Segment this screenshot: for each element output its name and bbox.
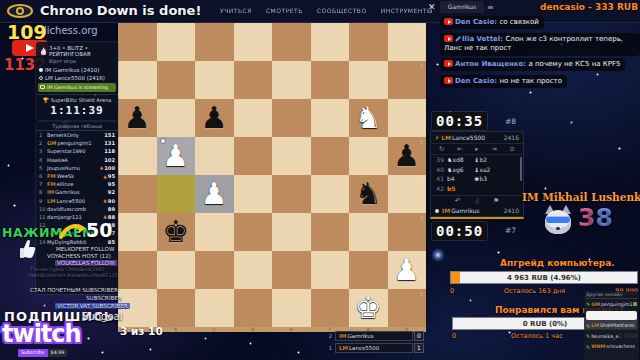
white-move[interactable]: ♞xd8 xyxy=(447,156,473,163)
player-title: GM xyxy=(47,140,56,146)
square-d3[interactable] xyxy=(234,213,273,251)
black-move[interactable]: ♚b3 xyxy=(474,175,500,182)
black-king-piece: ♚ xyxy=(157,213,196,251)
moderator-wrench-icon xyxy=(455,36,461,42)
square-d6[interactable] xyxy=(234,99,273,137)
game-status-label: Идет игра xyxy=(49,58,115,64)
square-e2[interactable] xyxy=(272,251,311,289)
chat-message: Den Casio: со связкой xyxy=(440,16,544,29)
nav-item-смотреть[interactable]: СМОТРЕТЬ xyxy=(266,7,303,14)
square-b8[interactable] xyxy=(157,23,196,61)
move-row[interactable]: 40♞xg6♝xa2 xyxy=(431,165,523,175)
scrollbar[interactable] xyxy=(520,157,522,181)
player-title: WNM xyxy=(591,344,605,349)
event-line: PavelBrodersen AlexandrushkaRF135 xyxy=(28,273,118,278)
flag-icon[interactable]: ⚑ xyxy=(493,197,499,205)
square-a3[interactable] xyxy=(118,213,157,251)
quill-icon: ✎ xyxy=(586,333,590,339)
square-b7[interactable] xyxy=(157,61,196,99)
move-row[interactable]: 42b5 xyxy=(431,184,523,194)
standings-score: 131 xyxy=(104,140,115,146)
subscribe-button[interactable]: Subscribe $4.99 xyxy=(18,349,67,357)
black-clock-tag: #8 xyxy=(505,117,516,126)
move-list-panel: ⚡ LM Lance5500 2416 ↻⇤▸⇥≡ 39♞xd8♝b240♞xg… xyxy=(430,131,524,219)
standings-rank: 8 xyxy=(39,189,47,195)
square-f6[interactable] xyxy=(311,99,350,137)
standings-rank: 6 xyxy=(39,173,47,179)
nav-item-учиться[interactable]: УЧИТЬСЯ xyxy=(220,7,252,14)
standings-row[interactable]: 7FMellinze95 xyxy=(36,180,118,188)
standings-title: Турнирная таблица xyxy=(36,124,118,131)
standings-rank: 2 xyxy=(39,140,47,146)
square-f2[interactable] xyxy=(311,251,350,289)
square-d5[interactable] xyxy=(234,137,273,175)
subgoal-label: Subgoal xyxy=(82,311,122,322)
next-move-icon[interactable]: ▸ xyxy=(475,145,478,153)
square-g2[interactable] xyxy=(349,251,388,289)
lichess-site-label: lichess.org xyxy=(44,25,98,36)
square-c3[interactable] xyxy=(195,213,234,251)
square-d2[interactable] xyxy=(234,251,273,289)
takeback-icon[interactable]: ↶ xyxy=(455,197,461,205)
event-line: SUBSCRIBER xyxy=(86,295,122,301)
file-label-d: d xyxy=(234,327,273,332)
thumbs-up-icon[interactable]: ☝ xyxy=(475,197,479,205)
curved-arrow-icon xyxy=(58,218,88,240)
streak-fire-icon: ▲ xyxy=(100,165,103,170)
move-list: 39♞xd8♝b240♞xg6♝xa241b4♚b342b5 xyxy=(431,155,523,195)
event-line: Тэнчик rigbox ChessBook1985 xyxy=(30,267,104,272)
event-line: VOYACHESS HOST (12) xyxy=(47,253,111,259)
player-title: LM xyxy=(47,198,55,204)
white-pawn-piece: ♟ xyxy=(195,175,234,213)
white-move[interactable]: b5 xyxy=(447,185,473,192)
standings-row[interactable]: 1BerserkOnly151 xyxy=(36,131,118,139)
player-title: IM xyxy=(339,333,347,339)
white-move[interactable]: ♞xg6 xyxy=(447,166,473,173)
square-e8[interactable] xyxy=(272,23,311,61)
goal1-bar: 4 963 RUB (4.96%) xyxy=(450,271,638,284)
square-b2[interactable] xyxy=(157,251,196,289)
tournament-name: 🏆 SuperBlitz Shield Arena xyxy=(36,97,118,103)
score-widget-row: 2IMGamrikus0 xyxy=(326,331,424,342)
player-title: LM xyxy=(591,323,599,328)
square-a8[interactable] xyxy=(118,23,157,61)
score-player-name: LMLance5500 xyxy=(335,343,413,353)
square-e6[interactable] xyxy=(272,99,311,137)
standings-rank: 7 xyxy=(39,181,47,187)
streaming-notice[interactable]: IM Gamrikus is streaming xyxy=(38,83,116,92)
black-move[interactable]: ♝b2 xyxy=(474,156,500,163)
square-g4[interactable]: ♞ xyxy=(349,175,388,213)
square-d7[interactable] xyxy=(234,61,273,99)
standings-row[interactable]: 9LMLance5500▲90 xyxy=(36,197,118,205)
husky-mascot xyxy=(543,206,573,236)
mouse-cursor xyxy=(161,139,165,143)
rank-label-4: 4 xyxy=(420,177,423,183)
square-g5[interactable] xyxy=(349,137,388,175)
quill-icon: ✎ xyxy=(586,323,590,329)
standings-player-name: davidfusscomb xyxy=(47,206,108,212)
online-player-row[interactable]: ✎LMShahMatKanal xyxy=(586,321,637,332)
standings-score: 95 xyxy=(108,173,115,179)
player-title: IM xyxy=(47,189,54,195)
square-c6[interactable]: ♟ xyxy=(195,99,234,137)
streamer-number: 38 xyxy=(578,203,613,232)
stream-title: Chrono Down is done! xyxy=(40,3,201,18)
seed-number: 2 xyxy=(326,333,335,339)
bright-star xyxy=(431,248,445,262)
online-status-icon xyxy=(633,302,637,306)
standings-score: 118 xyxy=(104,148,115,154)
move-number: 39 xyxy=(431,156,447,163)
standings-score: 102 xyxy=(104,157,115,163)
standings-score: 95 xyxy=(108,181,115,187)
black-move[interactable]: ♝xa2 xyxy=(474,166,500,173)
player-title: GM xyxy=(591,302,600,307)
rank-label-8: 8 xyxy=(420,25,423,31)
standings-rank: 5 xyxy=(39,165,47,171)
white-player-bar[interactable]: IM Gamrikus 2410 xyxy=(431,205,523,217)
standings-score: 151 xyxy=(104,132,115,138)
square-a7[interactable] xyxy=(118,61,157,99)
chat-tab-gamrikus[interactable]: Gamrikus xyxy=(440,1,484,13)
white-king-piece: ♚ xyxy=(349,289,388,327)
black-color-icon xyxy=(39,76,43,80)
score-widget-row: 1LMLance55001 xyxy=(326,343,424,354)
standings-player-name: JoupusHurnu xyxy=(47,165,100,171)
move-nav-buttons: ↻⇤▸⇥≡ xyxy=(431,144,523,155)
rank-label-6: 6 xyxy=(420,101,423,107)
black-clock: 00:35 xyxy=(432,112,487,130)
move-number: 41 xyxy=(431,175,447,182)
square-e1[interactable] xyxy=(272,289,311,327)
chat-author: Антон Иващенко: xyxy=(455,60,529,68)
youtube-icon xyxy=(444,35,453,42)
move-number: 40 xyxy=(431,166,447,173)
white-color-icon xyxy=(39,68,43,72)
online-player-row[interactable]: ✎GMpenguingim1 xyxy=(586,299,637,310)
goal1-title: Апгрейд компьютера. xyxy=(500,258,615,268)
rank-label-5: 5 xyxy=(420,139,423,145)
standings-rank: 10 xyxy=(39,206,47,212)
standings-score: 92 xyxy=(108,189,115,195)
standings-rank: 3 xyxy=(39,148,47,154)
streamer-name: IM Mikhail Lushenkov xyxy=(522,191,640,203)
square-c8[interactable] xyxy=(195,23,234,61)
menu-icon[interactable]: ≡ xyxy=(510,145,515,153)
tournament-clock: 1:11:39 xyxy=(36,104,118,117)
last-move-icon[interactable]: ⇥ xyxy=(491,145,496,153)
donation-alert: dencasio - 333 RUB xyxy=(540,2,638,12)
standings-rank: 11 xyxy=(39,214,47,220)
thumbs-up-icon xyxy=(19,239,36,259)
nav-item-сообщество[interactable]: СООБЩЕСТВО xyxy=(317,7,367,14)
standings-row[interactable]: 3Superstar1990118 xyxy=(36,147,118,155)
standings-player-name: Superstar1990 xyxy=(47,148,104,154)
standings-rank: 9 xyxy=(39,198,47,204)
tv-icon xyxy=(40,85,45,89)
game-meta-panel: 3+0 • BLITZ • РЕЙТИНГОВАЯ Идет игра IM G… xyxy=(36,42,118,94)
chat-text: а почему не КС5 на КРF5 xyxy=(529,60,621,68)
player-title: FM xyxy=(47,173,56,179)
square-e3[interactable] xyxy=(272,213,311,251)
square-e5[interactable] xyxy=(272,137,311,175)
rank-label-1: 1 xyxy=(420,291,423,297)
standings-score: 90 xyxy=(108,198,115,204)
score-value: 1 xyxy=(414,343,424,353)
flip-board-icon[interactable]: ↻ xyxy=(439,145,444,153)
standings-player-name: IMGamrikus xyxy=(47,189,108,195)
event-line: СТАЛ ПОЧЕТНЫМ SUBSCRIBER xyxy=(30,287,118,293)
chat-author: Ilia Vettel: xyxy=(462,35,505,43)
youtube-icon xyxy=(444,77,453,84)
black-pawn-piece: ♟ xyxy=(118,99,157,137)
site-nav-menu: УЧИТЬСЯСМОТРЕТЬСООБЩЕСТВОИНСТРУМЕНТЫ xyxy=(220,7,433,14)
chat-message: Den Casio: но не так просто xyxy=(440,75,567,88)
white-knight-piece: ♞ xyxy=(349,99,388,137)
standings-player-name: GMpenguingim1 xyxy=(47,140,104,146)
standings-player-name: FMWeeSk xyxy=(47,173,103,179)
chat-message: Антон Иващенко: а почему не КС5 на КРF5 xyxy=(440,58,625,71)
online-player-row[interactable]: ✎WNMorlovachess xyxy=(586,342,637,353)
square-d8[interactable] xyxy=(234,23,273,61)
square-c7[interactable] xyxy=(195,61,234,99)
standings-row[interactable]: 4HawkeA102 xyxy=(36,156,118,164)
channel-eye-logo xyxy=(7,4,33,18)
chat-text: со связкой xyxy=(499,18,538,26)
blitz-flame-icon xyxy=(40,47,47,56)
square-f8[interactable] xyxy=(311,23,350,61)
nav-item-инструменты[interactable]: ИНСТРУМЕНТЫ xyxy=(381,7,433,14)
square-f1[interactable] xyxy=(311,289,350,327)
standings-row[interactable]: 10davidfusscomb89 xyxy=(36,205,118,213)
game-action-buttons: ↶☝⚑ xyxy=(431,195,523,205)
standings-score: 89 xyxy=(108,206,115,212)
youtube-icon xyxy=(444,18,453,25)
chat-author: Den Casio: xyxy=(455,77,499,85)
black-player-row[interactable]: LM Lance5500 (2416) xyxy=(39,75,115,81)
standings-player-name: LMLance5500 xyxy=(47,198,103,204)
alert-placeholder-row xyxy=(586,311,637,320)
rank-label-3: 3 xyxy=(420,215,423,221)
standings-row[interactable]: 5JoupusHurnu▲100 xyxy=(36,164,118,172)
twitch-logo: twitch xyxy=(2,320,81,348)
quill-icon: ✎ xyxy=(586,301,590,307)
square-f4[interactable] xyxy=(311,175,350,213)
square-g8[interactable] xyxy=(349,23,388,61)
chat-text: но не так просто xyxy=(499,77,562,85)
square-b3[interactable]: ♚ xyxy=(157,213,196,251)
square-d4[interactable] xyxy=(234,175,273,213)
seed-number: 1 xyxy=(326,345,335,351)
black-player-bar[interactable]: ⚡ LM Lance5500 2416 xyxy=(431,132,523,144)
white-player-dot-icon xyxy=(435,209,439,213)
event-line: MELKOPERT FOLLOW xyxy=(56,246,114,252)
square-e4[interactable] xyxy=(272,175,311,213)
quill-icon: ✎ xyxy=(586,344,590,350)
square-a2[interactable] xyxy=(118,251,157,289)
white-player-row[interactable]: IM Gamrikus (2410) xyxy=(39,67,115,73)
chess-board[interactable]: ♟♟♞♟♟♟♞♚♟♚ xyxy=(118,23,426,327)
first-move-icon[interactable]: ⇤ xyxy=(457,145,462,153)
square-c1[interactable] xyxy=(195,289,234,327)
square-g7[interactable] xyxy=(349,61,388,99)
square-b1[interactable] xyxy=(157,289,196,327)
rank-label-7: 7 xyxy=(420,63,423,69)
standings-row[interactable]: 8IMGamrikus92 xyxy=(36,188,118,196)
chat-message: Ilia Vettel: Слон же c3 контроллит тепер… xyxy=(440,33,640,56)
square-f7[interactable] xyxy=(311,61,350,99)
time-control-label: 3+0 • BLITZ • РЕЙТИНГОВАЯ xyxy=(49,45,115,57)
white-move[interactable]: b4 xyxy=(447,175,473,182)
square-c5[interactable] xyxy=(195,137,234,175)
white-clock: 00:50 xyxy=(432,222,487,240)
online-players-list: Другие онлайн ✎GMpenguingim1✎LMShahMatKa… xyxy=(584,291,639,360)
press-cta-value: 50 xyxy=(86,219,112,241)
standings-score: 100 xyxy=(104,165,115,171)
hamburger-icon[interactable]: ≡ xyxy=(487,3,494,12)
square-f3[interactable] xyxy=(311,213,350,251)
move-row[interactable]: 39♞xd8♝b2 xyxy=(431,155,523,165)
black-knight-piece: ♞ xyxy=(349,175,388,213)
move-number: 42 xyxy=(431,185,447,192)
square-c2[interactable] xyxy=(195,251,234,289)
square-a4[interactable] xyxy=(118,175,157,213)
standings-rank: 1 xyxy=(39,132,47,138)
score-value: 0 xyxy=(414,331,424,341)
subgoal-progress: 3 из 10 xyxy=(120,325,163,337)
move-row[interactable]: 41b4♚b3 xyxy=(431,174,523,184)
close-icon[interactable]: ✕ xyxy=(428,2,436,12)
standings-row[interactable]: 2GMpenguingim1131 xyxy=(36,139,118,147)
standings-player-name: FMellinze xyxy=(47,181,108,187)
player-title: LM xyxy=(339,345,348,351)
square-a6[interactable]: ♟ xyxy=(118,99,157,137)
match-score-widget: 2IMGamrikus01LMLance55001 xyxy=(326,331,424,355)
player-title: FM xyxy=(47,181,56,187)
standings-player-name: BerserkOnly xyxy=(47,132,104,138)
online-player-row[interactable]: ✎Neznaika_a xyxy=(586,331,637,342)
standings-row[interactable]: 6FMWeeSk▲95 xyxy=(36,172,118,180)
rank-label-2: 2 xyxy=(420,253,423,259)
youtube-icon xyxy=(444,60,453,67)
square-g1[interactable]: ♚ xyxy=(349,289,388,327)
online-list-header: Другие онлайн xyxy=(586,292,637,299)
square-d1[interactable] xyxy=(234,289,273,327)
score-player-name: IMGamrikus xyxy=(335,331,413,341)
square-b4[interactable] xyxy=(157,175,196,213)
square-f5[interactable] xyxy=(311,137,350,175)
chat-author: Den Casio: xyxy=(455,18,499,26)
streak-fire-icon: ▲ xyxy=(103,174,106,179)
tournament-clock-panel: 🏆 SuperBlitz Shield Arena 1:11:39 xyxy=(36,95,118,120)
standings-player-name: HawkeA xyxy=(47,157,104,163)
file-label-e: e xyxy=(272,327,311,332)
square-c4[interactable]: ♟ xyxy=(195,175,234,213)
file-label-c: c xyxy=(195,327,234,332)
white-clock-tag: #7 xyxy=(505,226,516,235)
streak-fire-icon: ▲ xyxy=(103,198,106,203)
event-line: VOLKELLAS FOLLOW xyxy=(55,260,117,266)
berserk-icon: ⚡ xyxy=(435,134,439,141)
square-g6[interactable]: ♞ xyxy=(349,99,388,137)
stream-screen: ♟♟♞♟♟♟♞♚♟♚ abcdefgh 87654321 Chrono Down… xyxy=(0,0,640,360)
square-b6[interactable] xyxy=(157,99,196,137)
black-pawn-piece: ♟ xyxy=(195,99,234,137)
square-g3[interactable] xyxy=(349,213,388,251)
square-a5[interactable] xyxy=(118,137,157,175)
standings-rank: 4 xyxy=(39,157,47,163)
square-e7[interactable] xyxy=(272,61,311,99)
